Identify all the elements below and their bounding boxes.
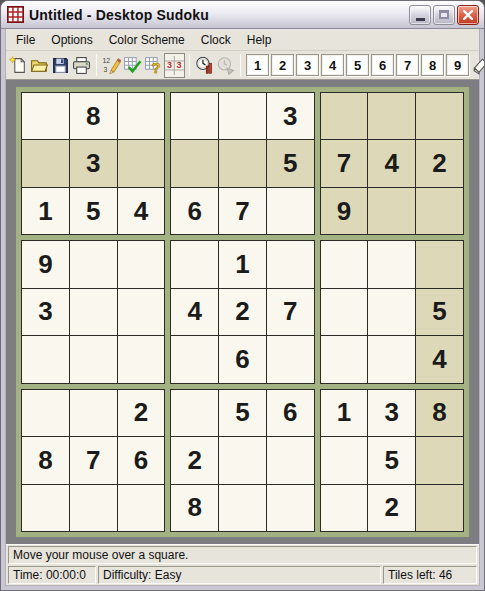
cell-r9c6[interactable]	[267, 485, 314, 531]
number-tile: 9	[454, 58, 461, 73]
status-difficulty: Difficulty: Easy	[98, 566, 381, 584]
cell-r8c2[interactable]: 7	[70, 437, 117, 483]
cell-r2c7[interactable]: 7	[321, 140, 368, 186]
board-frame: 83154356774299314276542876562813852	[6, 80, 479, 544]
cell-r7c3[interactable]: 2	[118, 390, 165, 436]
cell-r2c1[interactable]	[22, 140, 69, 186]
menu-item-options[interactable]: Options	[43, 30, 100, 50]
cell-r8c6[interactable]	[267, 437, 314, 483]
cell-r3c8[interactable]	[368, 188, 415, 234]
cell-r5c8[interactable]	[368, 289, 415, 335]
new-game-button[interactable]	[8, 53, 29, 78]
cell-r4c9[interactable]	[416, 241, 463, 287]
cell-r2c4[interactable]	[171, 140, 218, 186]
minimize-icon	[416, 18, 425, 21]
window-controls	[409, 5, 479, 25]
cell-r2c3[interactable]	[118, 140, 165, 186]
box-1-1: 14276	[170, 240, 314, 383]
maximize-icon	[439, 10, 449, 19]
maximize-button[interactable]	[433, 5, 455, 25]
cell-r9c1[interactable]	[22, 485, 69, 531]
cell-r4c8[interactable]	[368, 241, 415, 287]
number-tile: 8	[429, 58, 436, 73]
box-2-1: 5628	[170, 389, 314, 532]
cell-r2c6[interactable]: 5	[267, 140, 314, 186]
cell-r9c5[interactable]	[219, 485, 266, 531]
show-matching-numbers-button[interactable]: 3 3	[164, 53, 185, 78]
svg-text:3: 3	[104, 66, 108, 73]
cell-r4c4[interactable]	[171, 241, 218, 287]
cell-r6c4[interactable]	[171, 336, 218, 382]
cell-r5c2[interactable]	[70, 289, 117, 335]
cell-r4c7[interactable]	[321, 241, 368, 287]
cell-r7c7[interactable]: 1	[321, 390, 368, 436]
svg-text:?: ?	[151, 60, 160, 75]
cell-r2c5[interactable]	[219, 140, 266, 186]
number-8-button[interactable]: 8	[421, 54, 444, 76]
menu-item-file[interactable]: File	[8, 30, 43, 50]
cell-r8c5[interactable]	[219, 437, 266, 483]
cell-r3c7[interactable]: 9	[321, 188, 368, 234]
cell-r7c1[interactable]	[22, 390, 69, 436]
cell-r3c9[interactable]	[416, 188, 463, 234]
cell-r8c8[interactable]: 5	[368, 437, 415, 483]
box-1-0: 93	[21, 240, 165, 383]
cell-r3c5[interactable]: 7	[219, 188, 266, 234]
cell-r5c9[interactable]: 5	[416, 289, 463, 335]
number-tile: 4	[329, 58, 336, 73]
number-2-button[interactable]: 2	[271, 54, 294, 76]
number-tile: 7	[404, 58, 411, 73]
number-1-button[interactable]: 1	[246, 54, 269, 76]
svg-text:12: 12	[103, 56, 111, 63]
client-area: FileOptionsColor SchemeClockHelp	[5, 29, 480, 586]
cell-r4c2[interactable]	[70, 241, 117, 287]
cell-r3c3[interactable]: 4	[118, 188, 165, 234]
pencil-marks-button[interactable]: 12 3	[101, 53, 122, 78]
cell-r9c9[interactable]	[416, 485, 463, 531]
clock-button[interactable]	[194, 53, 215, 78]
matching-numbers-icon: 3 3	[165, 56, 184, 75]
cell-r1c7[interactable]	[321, 93, 368, 139]
minimize-button[interactable]	[409, 5, 431, 25]
cell-r5c4[interactable]: 4	[171, 289, 218, 335]
check-grid-icon	[123, 56, 142, 75]
hint-grid-icon: ?	[144, 56, 163, 75]
title-bar: Untitled - Desktop Sudoku	[1, 1, 484, 29]
eraser-button[interactable]	[470, 53, 485, 78]
svg-text:3: 3	[176, 60, 181, 70]
menu-bar: FileOptionsColor SchemeClockHelp	[6, 29, 479, 51]
window-title: Untitled - Desktop Sudoku	[29, 7, 409, 23]
board: 83154356774299314276542876562813852	[16, 87, 469, 537]
number-tile: 1	[254, 58, 261, 73]
cell-r1c5[interactable]	[219, 93, 266, 139]
eraser-icon	[471, 56, 485, 75]
check-solution-button[interactable]	[122, 53, 143, 78]
status-message: Move your mouse over a square.	[8, 546, 477, 564]
app-grid-icon	[7, 6, 24, 23]
number-tile: 5	[354, 58, 361, 73]
toolbar-separator	[240, 54, 241, 76]
cell-r4c1[interactable]: 9	[22, 241, 69, 287]
cell-r5c5[interactable]: 2	[219, 289, 266, 335]
status-info-row: Time: 00:00:0 Difficulty: Easy Tiles lef…	[6, 565, 479, 585]
box-2-0: 2876	[21, 389, 165, 532]
cell-r3c6[interactable]	[267, 188, 314, 234]
cell-r4c5[interactable]: 1	[219, 241, 266, 287]
number-4-button[interactable]: 4	[321, 54, 344, 76]
cell-r5c1[interactable]: 3	[22, 289, 69, 335]
number-6-button[interactable]: 6	[371, 54, 394, 76]
cell-r1c2[interactable]: 8	[70, 93, 117, 139]
cell-r9c4[interactable]: 8	[171, 485, 218, 531]
cell-r7c4[interactable]	[171, 390, 218, 436]
number-tile: 2	[279, 58, 286, 73]
cell-r3c1[interactable]: 1	[22, 188, 69, 234]
number-5-button[interactable]: 5	[346, 54, 369, 76]
box-0-2: 7429	[320, 92, 464, 235]
cell-r3c4[interactable]: 6	[171, 188, 218, 234]
box-1-2: 54	[320, 240, 464, 383]
cell-r2c2[interactable]: 3	[70, 140, 117, 186]
number-tile: 3	[304, 58, 311, 73]
cell-r4c6[interactable]	[267, 241, 314, 287]
number-9-button[interactable]: 9	[446, 54, 469, 76]
cell-r8c4[interactable]: 2	[171, 437, 218, 483]
clock-resume-button	[215, 53, 236, 78]
cell-r7c2[interactable]	[70, 390, 117, 436]
cell-r6c1[interactable]	[22, 336, 69, 382]
new-icon	[9, 56, 28, 75]
cell-r1c9[interactable]	[416, 93, 463, 139]
toolbar-separator	[189, 54, 190, 76]
cell-r8c7[interactable]	[321, 437, 368, 483]
menu-item-clock[interactable]: Clock	[193, 30, 239, 50]
cell-r7c9[interactable]: 8	[416, 390, 463, 436]
cell-r7c5[interactable]: 5	[219, 390, 266, 436]
cell-r1c4[interactable]	[171, 93, 218, 139]
number-buttons: 123456789	[246, 54, 469, 76]
cell-r1c6[interactable]: 3	[267, 93, 314, 139]
toolbar: 12 3	[6, 51, 479, 80]
cell-r4c3[interactable]	[118, 241, 165, 287]
cell-r2c8[interactable]: 4	[368, 140, 415, 186]
cell-r1c1[interactable]	[22, 93, 69, 139]
print-icon	[72, 56, 91, 75]
cell-r6c3[interactable]	[118, 336, 165, 382]
cell-r6c2[interactable]	[70, 336, 117, 382]
cell-r9c7[interactable]	[321, 485, 368, 531]
save-button[interactable]	[50, 53, 71, 78]
cell-r6c5[interactable]: 6	[219, 336, 266, 382]
save-icon	[51, 56, 70, 75]
close-icon	[462, 9, 474, 21]
svg-text:3: 3	[167, 60, 172, 70]
box-0-0: 83154	[21, 92, 165, 235]
close-button[interactable]	[457, 5, 479, 25]
cell-r5c6[interactable]: 7	[267, 289, 314, 335]
clock-disabled-icon	[216, 56, 235, 75]
cell-r9c8[interactable]: 2	[368, 485, 415, 531]
cell-r6c8[interactable]	[368, 336, 415, 382]
pencil-marks-icon: 12 3	[102, 56, 121, 75]
status-tiles-left: Tiles left: 46	[383, 566, 477, 584]
cell-r3c2[interactable]: 5	[70, 188, 117, 234]
cell-r5c7[interactable]	[321, 289, 368, 335]
cell-r5c3[interactable]	[118, 289, 165, 335]
open-button[interactable]	[29, 53, 50, 78]
number-tile: 6	[379, 58, 386, 73]
app-window: Untitled - Desktop Sudoku FileOptionsCol…	[0, 0, 485, 591]
cell-r6c6[interactable]	[267, 336, 314, 382]
cell-r8c3[interactable]: 6	[118, 437, 165, 483]
hint-button[interactable]: ?	[143, 53, 164, 78]
menu-item-color-scheme[interactable]: Color Scheme	[101, 30, 193, 50]
cell-r6c7[interactable]	[321, 336, 368, 382]
number-7-button[interactable]: 7	[396, 54, 419, 76]
cell-r9c3[interactable]	[118, 485, 165, 531]
cell-r1c3[interactable]	[118, 93, 165, 139]
cell-r6c9[interactable]: 4	[416, 336, 463, 382]
cell-r7c8[interactable]: 3	[368, 390, 415, 436]
cell-r2c9[interactable]: 2	[416, 140, 463, 186]
cell-r8c1[interactable]: 8	[22, 437, 69, 483]
print-button[interactable]	[71, 53, 92, 78]
number-3-button[interactable]: 3	[296, 54, 319, 76]
cell-r1c8[interactable]	[368, 93, 415, 139]
menu-item-help[interactable]: Help	[239, 30, 280, 50]
cell-r9c2[interactable]	[70, 485, 117, 531]
box-0-1: 3567	[170, 92, 314, 235]
box-2-2: 13852	[320, 389, 464, 532]
status-message-row: Move your mouse over a square.	[6, 545, 479, 565]
clock-icon	[195, 56, 214, 75]
toolbar-separator	[96, 54, 97, 76]
status-time: Time: 00:00:0	[8, 566, 96, 584]
status-bar: Move your mouse over a square. Time: 00:…	[6, 544, 479, 585]
cell-r7c6[interactable]: 6	[267, 390, 314, 436]
open-folder-icon	[30, 56, 49, 75]
cell-r8c9[interactable]	[416, 437, 463, 483]
